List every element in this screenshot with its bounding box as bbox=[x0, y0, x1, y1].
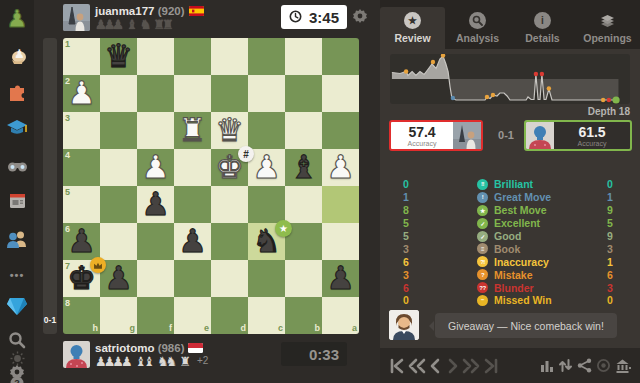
black-count: 6 bbox=[580, 269, 640, 281]
square-b2[interactable] bbox=[285, 75, 322, 112]
square-e5[interactable] bbox=[174, 186, 211, 223]
accuracy-row: 57.4 Accuracy 0-1 61.5 Accuracy bbox=[380, 120, 640, 154]
classification-icon: ✓ bbox=[477, 218, 488, 229]
classification-label: Excellent bbox=[494, 217, 580, 229]
white-count: 0 bbox=[380, 178, 432, 190]
engine-depth-label: Depth 18 bbox=[588, 106, 630, 117]
accuracy-white-value: 57.4 bbox=[408, 125, 435, 139]
square-d1[interactable] bbox=[211, 38, 248, 75]
black-count: 0 bbox=[580, 178, 640, 190]
game-review-panel: ★ Review Analysis i Details Openings Dep… bbox=[380, 0, 640, 383]
chat-row: Giveaway — Nice comeback win! bbox=[389, 310, 631, 342]
player-top-avatar[interactable] bbox=[63, 4, 90, 31]
square-a6[interactable] bbox=[322, 223, 359, 260]
rank-label: 1 bbox=[65, 39, 70, 49]
play-pawn-icon[interactable]: ♟ bbox=[0, 6, 34, 32]
square-e7[interactable] bbox=[174, 260, 211, 297]
best-badge-c6: ★ bbox=[275, 220, 292, 237]
accuracy-black-label: Accuracy bbox=[578, 140, 607, 147]
square-g5[interactable] bbox=[100, 186, 137, 223]
classification-icon: ?! bbox=[477, 256, 488, 267]
white-count: 5 bbox=[380, 230, 432, 242]
black-bishop-b4[interactable]: ♝ bbox=[285, 149, 322, 186]
library-save-icon[interactable] bbox=[615, 358, 632, 374]
classification-label: Great Move bbox=[494, 191, 580, 203]
square-a5[interactable] bbox=[322, 186, 359, 223]
classification-label: Best Move bbox=[494, 204, 580, 216]
square-g4[interactable] bbox=[100, 149, 137, 186]
classification-icon: ≡ bbox=[477, 243, 488, 254]
classification-label: Book bbox=[494, 243, 580, 255]
chess-board[interactable]: 1♛2♟3♜♛4♟♚♟♝♟5♟6♟♟♞7♚♟♟8hgfedcba bbox=[63, 38, 359, 334]
white-count: 5 bbox=[380, 217, 432, 229]
fast-forward-button[interactable] bbox=[462, 358, 481, 374]
square-c5[interactable] bbox=[248, 186, 285, 223]
classification-icon: ? bbox=[477, 269, 488, 280]
classification-icon: ★ bbox=[477, 205, 488, 216]
square-d5[interactable] bbox=[211, 186, 248, 223]
square-f4[interactable]: ♟ bbox=[137, 149, 174, 186]
square-h5[interactable]: 5 bbox=[63, 186, 100, 223]
white-rook-e3[interactable]: ♜ bbox=[174, 112, 211, 149]
jump-to-start-button[interactable] bbox=[388, 358, 405, 374]
black-pawn-a7[interactable]: ♟ bbox=[322, 260, 359, 297]
tab-analysis[interactable]: Analysis bbox=[445, 7, 510, 49]
more-menu-icon[interactable]: ••• bbox=[0, 268, 34, 282]
square-f7[interactable] bbox=[137, 260, 174, 297]
classification-row-good: 5✓Good9 bbox=[380, 230, 640, 243]
evaluation-graph[interactable] bbox=[390, 54, 630, 104]
player-bottom-rating: (986) bbox=[158, 342, 185, 354]
file-label: g bbox=[130, 323, 136, 333]
captured-group: ♟♟♟♟ bbox=[95, 354, 130, 369]
white-pawn-a4[interactable]: ♟ bbox=[322, 149, 359, 186]
white-count: 8 bbox=[380, 204, 432, 216]
file-label: d bbox=[241, 323, 247, 333]
captured-group: ♝ bbox=[126, 17, 135, 32]
eval-bar-result: 0-1 bbox=[40, 315, 60, 325]
classification-label: Mistake bbox=[494, 269, 580, 281]
white-count: 3 bbox=[380, 269, 432, 281]
captured-group: ♜♜ bbox=[153, 17, 170, 32]
indonesia-flag-icon bbox=[188, 343, 203, 353]
captured-group: ♜ bbox=[179, 354, 188, 369]
classification-label: Missed Win bbox=[494, 294, 580, 306]
black-count: 3 bbox=[580, 243, 640, 255]
spain-flag-icon bbox=[189, 6, 204, 16]
white-pawn-f4[interactable]: ♟ bbox=[137, 149, 174, 186]
square-g8[interactable]: g bbox=[100, 297, 137, 334]
classification-row-best-move: 8★Best Move9 bbox=[380, 204, 640, 217]
black-count: 5 bbox=[580, 217, 640, 229]
tab-openings[interactable]: Openings bbox=[575, 7, 640, 49]
square-b7[interactable] bbox=[285, 260, 322, 297]
classification-icon: − bbox=[477, 295, 488, 306]
chat-message-bubble[interactable]: Giveaway — Nice comeback win! bbox=[435, 313, 617, 338]
review-star-icon: ★ bbox=[404, 12, 421, 29]
square-h4[interactable]: 4 bbox=[63, 149, 100, 186]
classification-row-brilliant: 0!!Brilliant0 bbox=[380, 178, 640, 191]
square-g3[interactable] bbox=[100, 112, 137, 149]
classification-row-great-move: 1!Great Move1 bbox=[380, 191, 640, 204]
square-e1[interactable] bbox=[174, 38, 211, 75]
white-count: 1 bbox=[380, 191, 432, 203]
classification-icon: ! bbox=[477, 192, 488, 203]
black-count: 0 bbox=[580, 294, 640, 306]
chess-analysis-page: ♟ ♟ ••• ? bbox=[0, 0, 640, 383]
material-advantage: +2 bbox=[197, 355, 208, 366]
square-e6[interactable]: ♟ bbox=[174, 223, 211, 260]
player-bottom-avatar[interactable] bbox=[63, 341, 90, 368]
file-label: b bbox=[315, 323, 321, 333]
square-a8[interactable]: a bbox=[322, 297, 359, 334]
classification-icon: ✓ bbox=[477, 231, 488, 242]
main-sidebar: ♟ ♟ ••• ? bbox=[0, 0, 34, 383]
classification-label: Brilliant bbox=[494, 178, 580, 190]
file-label: a bbox=[352, 323, 357, 333]
square-b4[interactable]: ♝ bbox=[285, 149, 322, 186]
flip-board-icon[interactable] bbox=[558, 358, 573, 374]
black-count: 9 bbox=[580, 230, 640, 242]
square-h8[interactable]: 8h bbox=[63, 297, 100, 334]
white-count: 0 bbox=[380, 294, 432, 306]
winner-badge-h7 bbox=[90, 257, 106, 273]
square-a4[interactable]: ♟ bbox=[322, 149, 359, 186]
square-b3[interactable] bbox=[285, 112, 322, 149]
square-b5[interactable] bbox=[285, 186, 322, 223]
square-a1[interactable] bbox=[322, 38, 359, 75]
square-b1[interactable] bbox=[285, 38, 322, 75]
square-h3[interactable]: 3 bbox=[63, 112, 100, 149]
classification-row-blunder: 6??Blunder3 bbox=[380, 281, 640, 294]
square-h2[interactable]: 2♟ bbox=[63, 75, 100, 112]
white-count: 6 bbox=[380, 282, 432, 294]
classification-row-book: 3≡Book3 bbox=[380, 242, 640, 255]
classification-icon: !! bbox=[477, 179, 488, 190]
square-f1[interactable] bbox=[137, 38, 174, 75]
captured-group: ♞ bbox=[140, 17, 149, 32]
captured-group: ♝♝ bbox=[135, 354, 152, 369]
analysis-magnifier-icon bbox=[469, 12, 486, 29]
square-d8[interactable]: d bbox=[211, 297, 248, 334]
theme-toggle-icon[interactable] bbox=[0, 351, 34, 365]
square-g6[interactable] bbox=[100, 223, 137, 260]
square-f3[interactable] bbox=[137, 112, 174, 149]
jump-to-end-button[interactable] bbox=[483, 358, 500, 374]
clock-black: 0:33 bbox=[281, 342, 347, 366]
classification-label: Blunder bbox=[494, 282, 580, 294]
tab-details[interactable]: i Details bbox=[510, 7, 575, 49]
square-f2[interactable] bbox=[137, 75, 174, 112]
accuracy-black-card: 61.5 Accuracy bbox=[524, 120, 632, 151]
square-e2[interactable] bbox=[174, 75, 211, 112]
news-icon[interactable] bbox=[0, 191, 34, 211]
black-count: 1 bbox=[580, 256, 640, 268]
classification-row-mistake: 3?Mistake6 bbox=[380, 268, 640, 281]
classification-label: Inaccuracy bbox=[494, 256, 580, 268]
square-a2[interactable] bbox=[322, 75, 359, 112]
square-h1[interactable]: 1 bbox=[63, 38, 100, 75]
fast-backward-button[interactable] bbox=[407, 358, 426, 374]
puzzles-icon[interactable] bbox=[0, 81, 34, 103]
game-result-label: 0-1 bbox=[488, 129, 524, 141]
tab-review[interactable]: ★ Review bbox=[380, 7, 445, 49]
file-label: h bbox=[93, 323, 99, 333]
white-queen-d3[interactable]: ♛ bbox=[211, 112, 248, 149]
details-info-icon: i bbox=[534, 12, 551, 29]
chat-message-text: Giveaway — Nice comeback win! bbox=[448, 320, 604, 332]
learn-icon[interactable] bbox=[0, 117, 34, 139]
premium-diamond-icon[interactable] bbox=[0, 294, 34, 318]
captured-group: ♟♟♟ bbox=[95, 17, 121, 32]
accuracy-white-avatar bbox=[453, 122, 481, 149]
social-icon[interactable] bbox=[0, 228, 34, 250]
accuracy-white-label: Accuracy bbox=[408, 140, 437, 147]
focus-mode-icon[interactable] bbox=[596, 358, 611, 374]
player-top-rating: (920) bbox=[158, 5, 185, 17]
classification-label: Good bbox=[494, 230, 580, 242]
black-count: 3 bbox=[580, 282, 640, 294]
square-f8[interactable]: f bbox=[137, 297, 174, 334]
square-g1[interactable]: ♛ bbox=[100, 38, 137, 75]
hand-piece-icon[interactable]: ♟ bbox=[0, 43, 34, 67]
square-c7[interactable] bbox=[248, 260, 285, 297]
square-d7[interactable] bbox=[211, 260, 248, 297]
clock-black-time: 0:33 bbox=[309, 346, 339, 363]
review-tabs: ★ Review Analysis i Details Openings bbox=[380, 0, 640, 49]
rank-label: 5 bbox=[65, 187, 70, 197]
player-bottom-name[interactable]: satriotomo (986) bbox=[95, 342, 203, 354]
black-pawn-h6[interactable]: ♟ bbox=[63, 223, 100, 260]
classification-row-missed-win: 0−Missed Win0 bbox=[380, 294, 640, 307]
stats-chart-icon[interactable] bbox=[540, 358, 554, 374]
svg-text:?: ? bbox=[14, 378, 20, 383]
square-a7[interactable]: ♟ bbox=[322, 260, 359, 297]
square-f6[interactable] bbox=[137, 223, 174, 260]
accuracy-black-value: 61.5 bbox=[578, 125, 605, 139]
black-pawn-e6[interactable]: ♟ bbox=[174, 223, 211, 260]
player-bottom-captured-pieces: ♟♟♟♟♝♝♞♞♜+2 bbox=[95, 354, 208, 369]
square-f5[interactable]: ♟ bbox=[137, 186, 174, 223]
file-label: f bbox=[169, 323, 172, 333]
help-icon[interactable]: ? bbox=[0, 376, 34, 383]
openings-books-icon bbox=[599, 12, 616, 29]
square-e8[interactable]: e bbox=[174, 297, 211, 334]
watch-icon[interactable] bbox=[0, 155, 34, 175]
square-d3[interactable]: ♛ bbox=[211, 112, 248, 149]
clock-white: 3:45 bbox=[281, 5, 347, 29]
rank-label: 3 bbox=[65, 113, 70, 123]
board-settings-gear-icon[interactable] bbox=[352, 8, 368, 28]
square-g2[interactable] bbox=[100, 75, 137, 112]
player-top-name[interactable]: juanma177 (920) bbox=[95, 5, 204, 17]
rank-label: 8 bbox=[65, 298, 70, 308]
square-d6[interactable] bbox=[211, 223, 248, 260]
classification-icon: ?? bbox=[477, 282, 488, 293]
square-h6[interactable]: 6♟ bbox=[63, 223, 100, 260]
player-top-captured-pieces: ♟♟♟♝♞♜♜ bbox=[95, 17, 176, 32]
square-c1[interactable] bbox=[248, 38, 285, 75]
white-pawn-h2[interactable]: ♟ bbox=[63, 75, 100, 112]
square-b8[interactable]: b bbox=[285, 297, 322, 334]
black-count: 9 bbox=[580, 204, 640, 216]
chat-avatar[interactable] bbox=[389, 310, 419, 340]
square-e3[interactable]: ♜ bbox=[174, 112, 211, 149]
square-a3[interactable] bbox=[322, 112, 359, 149]
square-d2[interactable] bbox=[211, 75, 248, 112]
back-button[interactable] bbox=[428, 358, 443, 374]
black-pawn-f5[interactable]: ♟ bbox=[137, 186, 174, 223]
share-icon[interactable] bbox=[577, 358, 592, 374]
white-count: 6 bbox=[380, 256, 432, 268]
move-navigation-bar bbox=[380, 348, 640, 383]
square-c2[interactable] bbox=[248, 75, 285, 112]
mate-badge-d4: # bbox=[238, 146, 254, 162]
black-count: 1 bbox=[580, 191, 640, 203]
clock-icon bbox=[289, 9, 302, 26]
accuracy-white-card: 57.4 Accuracy bbox=[389, 120, 483, 151]
file-label: c bbox=[278, 323, 283, 333]
classification-row-excellent: 5✓Excellent5 bbox=[380, 217, 640, 230]
clock-white-time: 3:45 bbox=[309, 9, 339, 26]
white-count: 3 bbox=[380, 243, 432, 255]
accuracy-black-avatar bbox=[526, 122, 554, 149]
classification-row-inaccuracy: 6?!Inaccuracy1 bbox=[380, 255, 640, 268]
svg-text:♟: ♟ bbox=[14, 47, 25, 61]
black-queen-g1[interactable]: ♛ bbox=[100, 38, 137, 75]
square-c3[interactable] bbox=[248, 112, 285, 149]
square-e4[interactable] bbox=[174, 149, 211, 186]
forward-button[interactable] bbox=[445, 358, 460, 374]
file-label: e bbox=[204, 323, 209, 333]
move-classification-list: 0!!Brilliant01!Great Move18★Best Move95✓… bbox=[380, 178, 640, 307]
rank-label: 4 bbox=[65, 150, 70, 160]
search-icon[interactable] bbox=[0, 330, 34, 350]
captured-group: ♞♞ bbox=[157, 354, 174, 369]
evaluation-bar: 0-1 bbox=[43, 38, 57, 334]
square-c8[interactable]: c bbox=[248, 297, 285, 334]
